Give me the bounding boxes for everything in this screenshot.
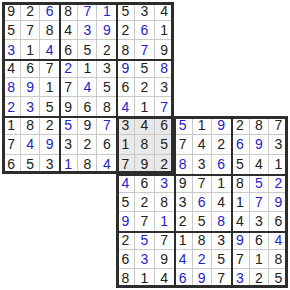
cell-g1-r3c3[interactable]: 4 (40, 40, 59, 59)
cell-g1-r3c1[interactable]: 3 (2, 40, 21, 59)
cell-shared-g1-r7c8[interactable]: 4 (135, 116, 154, 135)
cell-g1-r9c2[interactable]: 5 (21, 155, 40, 174)
cell-g2-r4c3[interactable]: 3 (155, 174, 174, 193)
cell-g1-r5c4[interactable]: 7 (59, 78, 78, 97)
cell-g2-r3c5[interactable]: 3 (193, 155, 212, 174)
cell-g1-r6c2[interactable]: 3 (21, 97, 40, 116)
cell-g1-r1c8[interactable]: 3 (135, 2, 154, 21)
cell-g2-r6c7[interactable]: 4 (231, 212, 250, 231)
cell-g1-r1c3[interactable]: 6 (40, 2, 59, 21)
cell-g2-r1c5[interactable]: 1 (193, 116, 212, 135)
cell-g1-r6c4[interactable]: 9 (59, 97, 78, 116)
cell-g1-r9c6[interactable]: 4 (97, 155, 116, 174)
cell-shared-g1-r9c9[interactable]: 2 (155, 155, 174, 174)
cell-g1-r1c5[interactable]: 7 (78, 2, 97, 21)
cell-g1-r6c1[interactable]: 2 (2, 97, 21, 116)
cell-g2-r4c1[interactable]: 4 (116, 174, 135, 193)
cell-g1-r5c2[interactable]: 9 (21, 78, 40, 97)
cell-g2-r3c7[interactable]: 5 (231, 155, 250, 174)
cell-g2-r4c4[interactable]: 9 (174, 174, 193, 193)
cell-g1-r6c8[interactable]: 1 (135, 97, 154, 116)
cell-g1-r4c7[interactable]: 9 (116, 59, 135, 78)
cell-g2-r9c7[interactable]: 3 (231, 269, 250, 288)
cell-g1-r4c1[interactable]: 4 (2, 59, 21, 78)
cell-shared-g1-r9c8[interactable]: 9 (135, 155, 154, 174)
cell-g1-r6c6[interactable]: 8 (97, 97, 116, 116)
cell-shared-g1-r8c7[interactable]: 1 (116, 135, 135, 154)
cell-g1-r1c4[interactable]: 8 (59, 2, 78, 21)
cell-g2-r5c9[interactable]: 9 (269, 193, 288, 212)
cell-g1-r2c8[interactable]: 6 (135, 21, 154, 40)
cell-g2-r9c3[interactable]: 4 (155, 269, 174, 288)
cell-g1-r4c6[interactable]: 3 (97, 59, 116, 78)
cell-g2-r7c5[interactable]: 8 (193, 231, 212, 250)
cell-g2-r2c8[interactable]: 9 (250, 135, 269, 154)
cell-g1-r8c2[interactable]: 4 (21, 135, 40, 154)
cell-g1-r2c9[interactable]: 1 (155, 21, 174, 40)
cell-g2-r7c1[interactable]: 2 (116, 231, 135, 250)
cell-g1-r5c6[interactable]: 5 (97, 78, 116, 97)
cell-g2-r6c4[interactable]: 2 (174, 212, 193, 231)
cell-g1-r4c4[interactable]: 2 (59, 59, 78, 78)
cell-g2-r3c4[interactable]: 8 (174, 155, 193, 174)
cell-g2-r5c3[interactable]: 8 (155, 193, 174, 212)
cell-g2-r5c6[interactable]: 4 (212, 193, 231, 212)
cell-g2-r2c6[interactable]: 2 (212, 135, 231, 154)
cell-g2-r8c9[interactable]: 8 (269, 250, 288, 269)
cell-g1-r3c2[interactable]: 1 (21, 40, 40, 59)
cell-g1-r1c9[interactable]: 4 (155, 2, 174, 21)
cell-g2-r7c7[interactable]: 9 (231, 231, 250, 250)
cell-g2-r8c8[interactable]: 1 (250, 250, 269, 269)
cell-g2-r7c4[interactable]: 1 (174, 231, 193, 250)
cell-g1-r8c3[interactable]: 9 (40, 135, 59, 154)
cell-g2-r6c3[interactable]: 1 (155, 212, 174, 231)
cell-g1-r2c3[interactable]: 8 (40, 21, 59, 40)
cell-g2-r7c6[interactable]: 3 (212, 231, 231, 250)
cell-g2-r4c6[interactable]: 1 (212, 174, 231, 193)
cell-g1-r9c4[interactable]: 1 (59, 155, 78, 174)
cell-g1-r4c5[interactable]: 1 (78, 59, 97, 78)
cell-g1-r8c1[interactable]: 7 (2, 135, 21, 154)
cell-g1-r3c7[interactable]: 8 (116, 40, 135, 59)
cell-g1-r2c4[interactable]: 4 (59, 21, 78, 40)
cell-g1-r4c2[interactable]: 6 (21, 59, 40, 78)
cell-g2-r8c3[interactable]: 9 (155, 250, 174, 269)
cell-g2-r2c9[interactable]: 3 (269, 135, 288, 154)
cell-g2-r5c5[interactable]: 6 (193, 193, 212, 212)
cell-shared-g1-r8c8[interactable]: 8 (135, 135, 154, 154)
cell-g2-r9c9[interactable]: 5 (269, 269, 288, 288)
cell-g2-r5c1[interactable]: 5 (116, 193, 135, 212)
cell-g2-r8c7[interactable]: 7 (231, 250, 250, 269)
cell-g2-r7c8[interactable]: 6 (250, 231, 269, 250)
cell-g2-r6c6[interactable]: 8 (212, 212, 231, 231)
cell-shared-g1-r8c9[interactable]: 5 (155, 135, 174, 154)
cell-g1-r7c4[interactable]: 5 (59, 116, 78, 135)
boards-grid: 9268715345784392613146528794672139588917… (2, 2, 288, 288)
cell-g2-r9c1[interactable]: 8 (116, 269, 135, 288)
cell-g1-r5c8[interactable]: 2 (135, 78, 154, 97)
cell-g2-r4c2[interactable]: 6 (135, 174, 154, 193)
cell-g1-r1c6[interactable]: 1 (97, 2, 116, 21)
cell-g2-r2c7[interactable]: 6 (231, 135, 250, 154)
cell-shared-g1-r7c9[interactable]: 6 (155, 116, 174, 135)
cell-g1-r8c5[interactable]: 2 (78, 135, 97, 154)
cell-g2-r8c5[interactable]: 2 (193, 250, 212, 269)
cell-g1-r7c6[interactable]: 7 (97, 116, 116, 135)
cell-g1-r4c8[interactable]: 5 (135, 59, 154, 78)
cell-g2-r9c6[interactable]: 7 (212, 269, 231, 288)
cell-g2-r5c2[interactable]: 2 (135, 193, 154, 212)
cell-g2-r7c2[interactable]: 5 (135, 231, 154, 250)
cell-g2-r4c9[interactable]: 2 (269, 174, 288, 193)
cell-g2-r5c8[interactable]: 7 (250, 193, 269, 212)
cell-g2-r3c9[interactable]: 1 (269, 155, 288, 174)
cell-g1-r5c9[interactable]: 3 (155, 78, 174, 97)
cell-g2-r8c1[interactable]: 6 (116, 250, 135, 269)
cell-g1-r8c4[interactable]: 3 (59, 135, 78, 154)
cell-g2-r6c5[interactable]: 5 (193, 212, 212, 231)
cell-g2-r8c4[interactable]: 4 (174, 250, 193, 269)
cell-g2-r7c9[interactable]: 4 (269, 231, 288, 250)
cell-g2-r7c3[interactable]: 7 (155, 231, 174, 250)
cell-g2-r2c4[interactable]: 7 (174, 135, 193, 154)
cell-g1-r9c3[interactable]: 3 (40, 155, 59, 174)
cell-g2-r5c7[interactable]: 1 (231, 193, 250, 212)
cell-shared-g1-r7c7[interactable]: 3 (116, 116, 135, 135)
cell-g1-r5c5[interactable]: 4 (78, 78, 97, 97)
cell-g1-r5c3[interactable]: 1 (40, 78, 59, 97)
cell-g1-r4c9[interactable]: 8 (155, 59, 174, 78)
cell-g1-r5c7[interactable]: 6 (116, 78, 135, 97)
cell-g2-r6c2[interactable]: 7 (135, 212, 154, 231)
cell-g1-r6c5[interactable]: 6 (78, 97, 97, 116)
cell-g2-r3c8[interactable]: 4 (250, 155, 269, 174)
cell-g1-r8c6[interactable]: 6 (97, 135, 116, 154)
cell-g2-r9c4[interactable]: 6 (174, 269, 193, 288)
cell-g2-r1c6[interactable]: 9 (212, 116, 231, 135)
cell-g2-r4c7[interactable]: 8 (231, 174, 250, 193)
cell-g1-r1c2[interactable]: 2 (21, 2, 40, 21)
cell-g1-r9c1[interactable]: 6 (2, 155, 21, 174)
cell-g1-r1c1[interactable]: 9 (2, 2, 21, 21)
cell-g1-r3c8[interactable]: 7 (135, 40, 154, 59)
cell-g1-r9c5[interactable]: 8 (78, 155, 97, 174)
cell-g1-r3c4[interactable]: 6 (59, 40, 78, 59)
cell-g1-r2c5[interactable]: 3 (78, 21, 97, 40)
cell-g2-r6c1[interactable]: 9 (116, 212, 135, 231)
cell-g1-r6c7[interactable]: 4 (116, 97, 135, 116)
cell-g2-r1c9[interactable]: 7 (269, 116, 288, 135)
cell-g1-r4c3[interactable]: 7 (40, 59, 59, 78)
cell-g2-r5c4[interactable]: 3 (174, 193, 193, 212)
cell-g1-r3c5[interactable]: 5 (78, 40, 97, 59)
cell-g2-r1c7[interactable]: 2 (231, 116, 250, 135)
cell-g1-r3c9[interactable]: 9 (155, 40, 174, 59)
cell-g1-r7c3[interactable]: 2 (40, 116, 59, 135)
twin-sudoku-puzzle: 9268715345784392613146528794672139588917… (0, 0, 290, 290)
cell-g2-r4c5[interactable]: 7 (193, 174, 212, 193)
cell-g1-r7c1[interactable]: 1 (2, 116, 21, 135)
cell-g2-r2c5[interactable]: 4 (193, 135, 212, 154)
cell-g2-r4c8[interactable]: 5 (250, 174, 269, 193)
cell-g2-r8c6[interactable]: 5 (212, 250, 231, 269)
cell-g2-r1c8[interactable]: 8 (250, 116, 269, 135)
cell-g1-r7c5[interactable]: 9 (78, 116, 97, 135)
cell-g2-r6c8[interactable]: 3 (250, 212, 269, 231)
cell-g2-r9c2[interactable]: 1 (135, 269, 154, 288)
cell-g2-r9c5[interactable]: 9 (193, 269, 212, 288)
cell-g1-r2c6[interactable]: 9 (97, 21, 116, 40)
cell-g1-r2c2[interactable]: 7 (21, 21, 40, 40)
cell-g1-r5c1[interactable]: 8 (2, 78, 21, 97)
cell-g2-r1c4[interactable]: 5 (174, 116, 193, 135)
cell-g1-r3c6[interactable]: 2 (97, 40, 116, 59)
cell-g1-r6c9[interactable]: 7 (155, 97, 174, 116)
cell-g1-r2c7[interactable]: 2 (116, 21, 135, 40)
cell-g2-r6c9[interactable]: 6 (269, 212, 288, 231)
cell-shared-g1-r9c7[interactable]: 7 (116, 155, 135, 174)
cell-g2-r8c2[interactable]: 3 (135, 250, 154, 269)
cell-g2-r9c8[interactable]: 2 (250, 269, 269, 288)
cell-g1-r1c7[interactable]: 5 (116, 2, 135, 21)
cell-g2-r3c6[interactable]: 6 (212, 155, 231, 174)
cell-g1-r2c1[interactable]: 5 (2, 21, 21, 40)
cell-g1-r7c2[interactable]: 8 (21, 116, 40, 135)
cell-g1-r6c3[interactable]: 5 (40, 97, 59, 116)
